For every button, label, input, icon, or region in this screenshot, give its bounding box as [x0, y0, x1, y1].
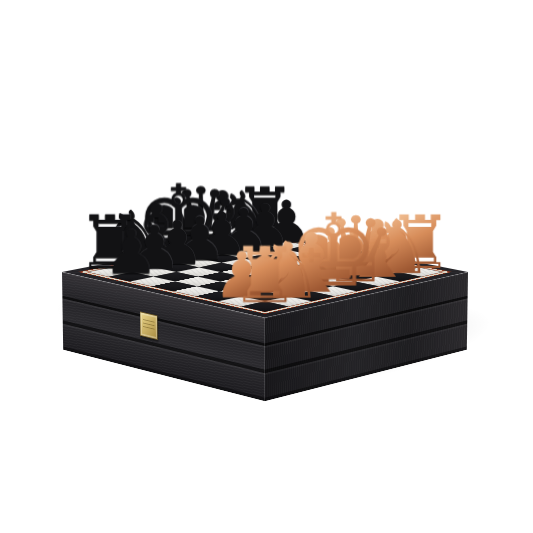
product-photo-scene: ♜♟♟♜♞♟♟♞♝♟♟♝♛♟♟♛♚♟♟♚♝♟♟♝♞♟♟♞♜♟♟♜ — [0, 0, 533, 533]
piece-black-pawn[interactable]: ♟ — [104, 221, 159, 282]
piece-copper-rook[interactable]: ♜ — [230, 237, 299, 314]
chess-case: ♜♟♟♜♞♟♟♞♝♟♟♝♛♟♟♛♚♟♟♚♝♟♟♝♞♟♟♞♜♟♟♜ — [62, 232, 468, 318]
brass-plaque — [140, 311, 158, 340]
